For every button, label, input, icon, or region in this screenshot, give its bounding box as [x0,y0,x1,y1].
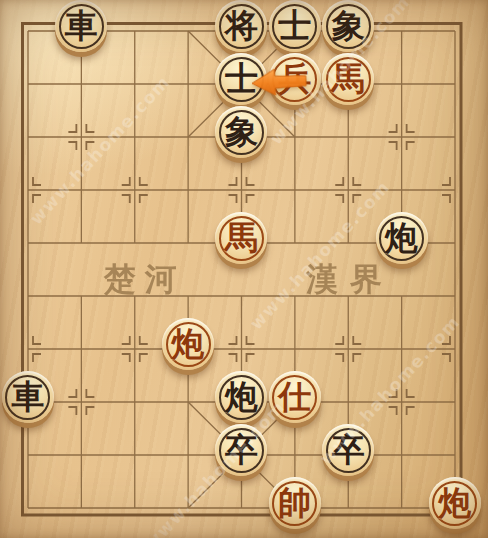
board-point-f6r1: 士 [268,5,321,58]
board-point-f7r9: 卒 [322,429,375,482]
board-point-f5r1: 将 [215,5,268,58]
pieces-grid: 車将士象士兵馬象馬炮炮車炮仕卒卒帥炮 [1,5,481,535]
piece-black-general[interactable]: 将 [215,0,267,52]
piece-black-chariot[interactable]: 車 [55,0,107,52]
board-point-f7r2: 馬 [322,58,375,111]
piece-black-cannon[interactable]: 炮 [376,212,428,264]
piece-glyph: 将 [225,9,258,42]
piece-black-chariot[interactable]: 車 [2,371,54,423]
board-point-f6r8: 仕 [268,376,321,429]
board-point-f7r1: 象 [322,5,375,58]
piece-glyph: 車 [11,380,44,413]
board-point-f5r9: 卒 [215,429,268,482]
piece-glyph: 馬 [332,62,365,95]
piece-glyph: 炮 [385,221,418,254]
board-point-f8r5: 炮 [375,217,428,270]
piece-glyph: 炮 [172,327,205,360]
board-point-f6r10: 帥 [268,482,321,535]
xiangqi-board: 楚河 漢界 車将士象士兵馬象馬炮炮車炮仕卒卒帥炮 www.hahome.comw… [0,0,488,538]
board-point-f5r8: 炮 [215,376,268,429]
piece-glyph: 卒 [225,433,258,466]
piece-black-elephant[interactable]: 象 [322,0,374,52]
piece-red-horse[interactable]: 馬 [322,53,374,105]
piece-glyph: 帥 [278,486,311,519]
piece-red-horse[interactable]: 馬 [215,212,267,264]
piece-black-soldier[interactable]: 卒 [322,424,374,476]
piece-glyph: 炮 [438,486,471,519]
piece-black-advisor[interactable]: 士 [269,0,321,52]
board-point-f1r8: 車 [1,376,54,429]
piece-glyph: 卒 [332,433,365,466]
piece-red-cannon[interactable]: 炮 [162,318,214,370]
board-point-f4r7: 炮 [161,323,214,376]
piece-glyph: 象 [332,9,365,42]
hint-arrow-icon [247,62,311,101]
piece-red-cannon[interactable]: 炮 [429,477,481,529]
piece-black-soldier[interactable]: 卒 [215,424,267,476]
board-point-f5r5: 馬 [215,217,268,270]
piece-glyph: 車 [65,9,98,42]
piece-glyph: 仕 [278,380,311,413]
piece-red-general[interactable]: 帥 [269,477,321,529]
piece-red-advisor[interactable]: 仕 [269,371,321,423]
piece-glyph: 士 [278,9,311,42]
board-point-f9r10: 炮 [428,482,481,535]
piece-black-cannon[interactable]: 炮 [215,371,267,423]
board-point-f5r3: 象 [215,111,268,164]
piece-black-elephant[interactable]: 象 [215,106,267,158]
piece-glyph: 炮 [225,380,258,413]
piece-glyph: 馬 [225,221,258,254]
piece-glyph: 象 [225,115,258,148]
board-point-f2r1: 車 [55,5,108,58]
